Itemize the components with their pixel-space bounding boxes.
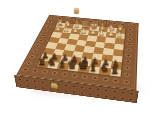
piece-black-king: ♚ [77, 59, 88, 71]
piece-black-knight: ♞ [48, 58, 57, 68]
square-a8: ♜ [110, 68, 122, 77]
square-a2: ♟ [115, 33, 125, 39]
piece-white-pawn: ♟ [72, 26, 78, 33]
clasp-icon [51, 83, 58, 89]
piece-black-knight: ♞ [100, 64, 109, 74]
piece-white-pawn: ♟ [107, 30, 113, 37]
chess-box: ♜♞♝♛♚♝♞♜♟♟♟♟♟♟♟♟♟♟♟♟♟♟♟♟♜♞♝♛♚♝♞♜ [16, 15, 138, 90]
piece-white-pawn: ♟ [90, 28, 96, 35]
piece-white-pawn: ♟ [117, 31, 123, 38]
piece-white-pawn: ♟ [63, 25, 69, 32]
piece-black-rook: ♜ [38, 57, 46, 66]
product-photo: ♜♞♝♛♚♝♞♜♟♟♟♟♟♟♟♟♟♟♟♟♟♟♟♟♜♞♝♛♚♝♞♜ [0, 0, 166, 120]
piece-black-bishop: ♝ [89, 62, 99, 73]
piece-black-bishop: ♝ [58, 58, 67, 69]
piece-black-rook: ♜ [111, 66, 120, 76]
square-c8: ♝ [88, 66, 100, 74]
square-b8: ♞ [99, 67, 111, 75]
piece-white-pawn: ♟ [98, 29, 104, 36]
piece-white-pawn: ♟ [55, 25, 61, 32]
piece-white-pawn: ♟ [81, 27, 87, 34]
scene: ♜♞♝♛♚♝♞♜♟♟♟♟♟♟♟♟♟♟♟♟♟♟♟♟♜♞♝♛♚♝♞♜ [0, 0, 166, 120]
piece-black-queen: ♛ [67, 58, 78, 70]
hinge-knob-icon [74, 8, 79, 14]
